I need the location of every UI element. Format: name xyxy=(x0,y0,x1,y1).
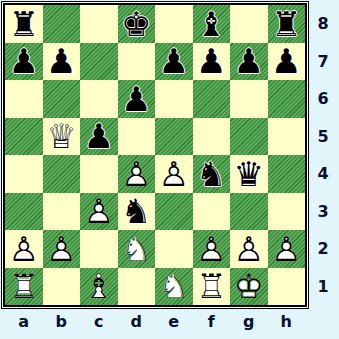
square-a2[interactable]: ♟♙ xyxy=(5,230,43,268)
square-e2[interactable] xyxy=(155,230,193,268)
square-c7[interactable] xyxy=(80,43,118,81)
rank-label-5: 5 xyxy=(311,118,335,156)
piece-black-pawn: ♟ xyxy=(118,80,156,118)
rank-label-2: 2 xyxy=(311,230,335,268)
square-b7[interactable]: ♟ xyxy=(43,43,81,81)
square-e1[interactable]: ♞♘ xyxy=(155,268,193,306)
square-b2[interactable]: ♟♙ xyxy=(43,230,81,268)
piece-white-knight: ♞♘ xyxy=(118,230,156,268)
square-b3[interactable] xyxy=(43,193,81,231)
piece-black-pawn: ♟ xyxy=(43,43,81,81)
square-e7[interactable]: ♟ xyxy=(155,43,193,81)
square-d5[interactable] xyxy=(118,118,156,156)
square-h4[interactable] xyxy=(268,155,306,193)
rank-label-3: 3 xyxy=(311,193,335,231)
square-d4[interactable]: ♟♙ xyxy=(118,155,156,193)
rank-label-8: 8 xyxy=(311,5,335,43)
piece-white-pawn: ♟♙ xyxy=(230,230,268,268)
piece-black-knight: ♞ xyxy=(193,155,231,193)
square-f3[interactable] xyxy=(193,193,231,231)
square-f8[interactable]: ♝ xyxy=(193,5,231,43)
square-f5[interactable] xyxy=(193,118,231,156)
square-f6[interactable] xyxy=(193,80,231,118)
square-a8[interactable]: ♜ xyxy=(5,5,43,43)
square-g5[interactable] xyxy=(230,118,268,156)
square-h3[interactable] xyxy=(268,193,306,231)
file-label-f: f xyxy=(193,307,231,335)
piece-black-pawn: ♟ xyxy=(268,43,306,81)
file-label-c: c xyxy=(80,307,118,335)
square-d1[interactable] xyxy=(118,268,156,306)
rank-labels: 87654321 xyxy=(311,5,335,305)
square-e6[interactable] xyxy=(155,80,193,118)
square-f2[interactable]: ♟♙ xyxy=(193,230,231,268)
rank-label-1: 1 xyxy=(311,268,335,306)
piece-white-pawn: ♟♙ xyxy=(5,230,43,268)
square-g8[interactable] xyxy=(230,5,268,43)
square-f4[interactable]: ♞ xyxy=(193,155,231,193)
file-label-a: a xyxy=(5,307,43,335)
square-h7[interactable]: ♟ xyxy=(268,43,306,81)
piece-black-rook: ♜ xyxy=(5,5,43,43)
piece-black-knight: ♞ xyxy=(118,193,156,231)
square-b6[interactable] xyxy=(43,80,81,118)
square-a3[interactable] xyxy=(5,193,43,231)
piece-white-pawn: ♟♙ xyxy=(155,155,193,193)
square-c6[interactable] xyxy=(80,80,118,118)
piece-white-queen: ♛♕ xyxy=(43,118,81,156)
piece-black-pawn: ♟ xyxy=(230,43,268,81)
square-e5[interactable] xyxy=(155,118,193,156)
square-c8[interactable] xyxy=(80,5,118,43)
square-g1[interactable]: ♚♔ xyxy=(230,268,268,306)
square-h2[interactable]: ♟♙ xyxy=(268,230,306,268)
piece-black-bishop: ♝ xyxy=(193,5,231,43)
square-d2[interactable]: ♞♘ xyxy=(118,230,156,268)
piece-white-rook: ♜♖ xyxy=(5,268,43,306)
square-f7[interactable]: ♟ xyxy=(193,43,231,81)
square-e4[interactable]: ♟♙ xyxy=(155,155,193,193)
square-g7[interactable]: ♟ xyxy=(230,43,268,81)
piece-white-pawn: ♟♙ xyxy=(80,193,118,231)
piece-white-bishop: ♝♗ xyxy=(80,268,118,306)
square-e3[interactable] xyxy=(155,193,193,231)
square-d6[interactable]: ♟ xyxy=(118,80,156,118)
piece-black-pawn: ♟ xyxy=(5,43,43,81)
square-c3[interactable]: ♟♙ xyxy=(80,193,118,231)
square-h1[interactable] xyxy=(268,268,306,306)
square-f1[interactable]: ♜♖ xyxy=(193,268,231,306)
square-g4[interactable]: ♛ xyxy=(230,155,268,193)
chess-diagram: ♜♚♝♜♟♟♟♟♟♟♟♛♕♟♟♙♟♙♞♛♟♙♞♟♙♟♙♞♘♟♙♟♙♟♙♜♖♝♗♞… xyxy=(0,0,339,339)
file-label-h: h xyxy=(268,307,306,335)
square-c4[interactable] xyxy=(80,155,118,193)
piece-white-knight: ♞♘ xyxy=(155,268,193,306)
piece-white-king: ♚♔ xyxy=(230,268,268,306)
piece-black-pawn: ♟ xyxy=(155,43,193,81)
square-b4[interactable] xyxy=(43,155,81,193)
square-c2[interactable] xyxy=(80,230,118,268)
square-b1[interactable] xyxy=(43,268,81,306)
square-b8[interactable] xyxy=(43,5,81,43)
square-d3[interactable]: ♞ xyxy=(118,193,156,231)
square-h8[interactable]: ♜ xyxy=(268,5,306,43)
square-g6[interactable] xyxy=(230,80,268,118)
square-a4[interactable] xyxy=(5,155,43,193)
square-g2[interactable]: ♟♙ xyxy=(230,230,268,268)
square-d8[interactable]: ♚ xyxy=(118,5,156,43)
file-labels: abcdefgh xyxy=(5,307,305,335)
square-b5[interactable]: ♛♕ xyxy=(43,118,81,156)
square-g3[interactable] xyxy=(230,193,268,231)
square-a6[interactable] xyxy=(5,80,43,118)
square-h5[interactable] xyxy=(268,118,306,156)
file-label-b: b xyxy=(43,307,81,335)
square-a7[interactable]: ♟ xyxy=(5,43,43,81)
piece-white-pawn: ♟♙ xyxy=(193,230,231,268)
piece-white-pawn: ♟♙ xyxy=(43,230,81,268)
piece-black-king: ♚ xyxy=(118,5,156,43)
piece-black-queen: ♛ xyxy=(230,155,268,193)
rank-label-7: 7 xyxy=(311,43,335,81)
piece-white-pawn: ♟♙ xyxy=(268,230,306,268)
square-c5[interactable]: ♟ xyxy=(80,118,118,156)
piece-black-pawn: ♟ xyxy=(193,43,231,81)
square-h6[interactable] xyxy=(268,80,306,118)
square-e8[interactable] xyxy=(155,5,193,43)
piece-black-pawn: ♟ xyxy=(80,118,118,156)
square-c1[interactable]: ♝♗ xyxy=(80,268,118,306)
square-a5[interactable] xyxy=(5,118,43,156)
chess-board: ♜♚♝♜♟♟♟♟♟♟♟♛♕♟♟♙♟♙♞♛♟♙♞♟♙♟♙♞♘♟♙♟♙♟♙♜♖♝♗♞… xyxy=(3,3,307,307)
square-d7[interactable] xyxy=(118,43,156,81)
piece-white-rook: ♜♖ xyxy=(193,268,231,306)
square-a1[interactable]: ♜♖ xyxy=(5,268,43,306)
piece-black-rook: ♜ xyxy=(268,5,306,43)
rank-label-4: 4 xyxy=(311,155,335,193)
file-label-e: e xyxy=(155,307,193,335)
file-label-d: d xyxy=(118,307,156,335)
piece-white-pawn: ♟♙ xyxy=(118,155,156,193)
file-label-g: g xyxy=(230,307,268,335)
rank-label-6: 6 xyxy=(311,80,335,118)
